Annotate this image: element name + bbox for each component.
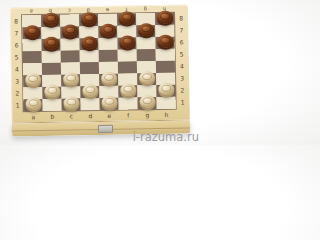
coordinate-label: h	[157, 109, 176, 120]
coordinate-label: e	[99, 6, 115, 13]
metal-clasp-icon	[98, 125, 113, 133]
coordinate-label: 3	[175, 72, 189, 84]
coordinate-label: 8	[10, 15, 22, 27]
square-d6[interactable]	[79, 38, 98, 50]
square-d1[interactable]	[80, 98, 99, 110]
dark-checker-c7[interactable]	[62, 24, 78, 37]
square-a7[interactable]	[22, 27, 41, 39]
coordinate-label: 8	[174, 12, 188, 24]
rank-labels-right: 87654321	[174, 12, 190, 108]
square-h1[interactable]	[156, 97, 175, 109]
light-checker-g3[interactable]	[139, 71, 155, 84]
coordinate-label: c	[61, 7, 77, 14]
watermark: i-razuma.ru	[133, 130, 199, 144]
square-d4[interactable]	[80, 62, 99, 74]
coordinate-label: 6	[174, 36, 188, 48]
coordinate-label: 5	[175, 48, 189, 60]
square-d5[interactable]	[80, 50, 99, 62]
square-f1[interactable]	[118, 97, 137, 109]
coordinate-label: 4	[11, 63, 23, 75]
square-f6[interactable]	[117, 37, 136, 49]
coordinate-label: 2	[11, 87, 23, 99]
square-g5[interactable]	[137, 49, 156, 61]
coordinate-label: f	[119, 109, 138, 120]
light-checker-a1[interactable]	[25, 97, 41, 110]
square-g1[interactable]	[137, 97, 156, 109]
coordinate-label: a	[23, 8, 39, 15]
light-checker-c3[interactable]	[63, 72, 79, 85]
square-f4[interactable]	[118, 61, 137, 73]
square-c1[interactable]	[61, 98, 80, 110]
dark-checker-d6[interactable]	[81, 36, 97, 49]
square-c3[interactable]	[61, 74, 80, 86]
square-g3[interactable]	[137, 73, 156, 85]
square-e3[interactable]	[99, 74, 118, 86]
square-h2[interactable]	[156, 85, 175, 97]
coordinate-label: 5	[11, 51, 23, 63]
coordinate-label: g	[137, 6, 153, 13]
coordinate-label: e	[100, 110, 119, 121]
square-f8[interactable]	[117, 13, 136, 25]
coordinate-label: d	[81, 110, 100, 121]
square-f5[interactable]	[118, 49, 137, 61]
board-photo: abcdefgh abcdefgh 87654321 87654321	[10, 4, 190, 136]
checkers-board: abcdefgh abcdefgh 87654321 87654321	[10, 4, 190, 122]
square-g6[interactable]	[136, 37, 155, 49]
square-d2[interactable]	[80, 86, 99, 98]
dark-checker-a7[interactable]	[24, 25, 40, 38]
square-b4[interactable]	[42, 63, 61, 75]
dark-checker-h8[interactable]	[156, 11, 172, 24]
light-checker-e1[interactable]	[101, 96, 117, 109]
dark-checker-b6[interactable]	[43, 37, 59, 50]
square-b5[interactable]	[42, 51, 61, 63]
dark-checker-g7[interactable]	[138, 23, 154, 36]
square-a5[interactable]	[23, 51, 42, 63]
light-checker-d2[interactable]	[82, 84, 98, 97]
dark-checker-b8[interactable]	[42, 13, 58, 26]
square-h4[interactable]	[156, 61, 175, 73]
square-c5[interactable]	[61, 50, 80, 62]
light-checker-c1[interactable]	[63, 96, 79, 109]
coordinate-label: b	[43, 111, 62, 122]
square-c7[interactable]	[60, 26, 79, 38]
light-checker-b2[interactable]	[44, 85, 60, 98]
square-b8[interactable]	[41, 15, 60, 27]
square-e5[interactable]	[99, 50, 118, 62]
coordinate-label: 4	[175, 60, 189, 72]
light-checker-f2[interactable]	[120, 83, 136, 96]
square-e1[interactable]	[99, 98, 118, 110]
square-b2[interactable]	[42, 87, 61, 99]
square-d8[interactable]	[79, 14, 98, 26]
dark-checker-f8[interactable]	[118, 11, 134, 24]
dark-checker-f6[interactable]	[119, 35, 135, 48]
dark-checker-d8[interactable]	[80, 12, 96, 25]
dark-checker-h6[interactable]	[157, 35, 173, 48]
square-c6[interactable]	[60, 38, 79, 50]
square-a1[interactable]	[23, 99, 42, 111]
light-checker-e3[interactable]	[101, 72, 117, 85]
coordinate-label: 2	[175, 84, 189, 96]
light-checker-h2[interactable]	[158, 83, 174, 96]
coordinate-label: 7	[174, 24, 188, 36]
square-h8[interactable]	[155, 13, 174, 25]
coordinate-label: 3	[11, 75, 23, 87]
square-b6[interactable]	[41, 39, 60, 51]
coordinate-label: g	[138, 109, 157, 120]
dark-checker-e7[interactable]	[100, 24, 116, 37]
square-a3[interactable]	[23, 75, 42, 87]
coordinate-label: 1	[175, 96, 189, 108]
coordinate-label: c	[62, 110, 81, 121]
square-e6[interactable]	[98, 38, 117, 50]
square-h5[interactable]	[156, 49, 175, 61]
square-b1[interactable]	[42, 99, 61, 111]
light-checker-a3[interactable]	[25, 73, 41, 86]
square-e7[interactable]	[98, 26, 117, 38]
board-grid	[22, 13, 176, 112]
coordinate-label: 6	[10, 39, 22, 51]
coordinate-label: 1	[11, 99, 23, 111]
square-h6[interactable]	[155, 37, 174, 49]
square-g7[interactable]	[136, 25, 155, 37]
coordinate-label: a	[24, 111, 43, 122]
light-checker-g1[interactable]	[139, 95, 155, 108]
square-f2[interactable]	[118, 85, 137, 97]
coordinate-label: 7	[10, 27, 22, 39]
square-a6[interactable]	[22, 39, 41, 51]
